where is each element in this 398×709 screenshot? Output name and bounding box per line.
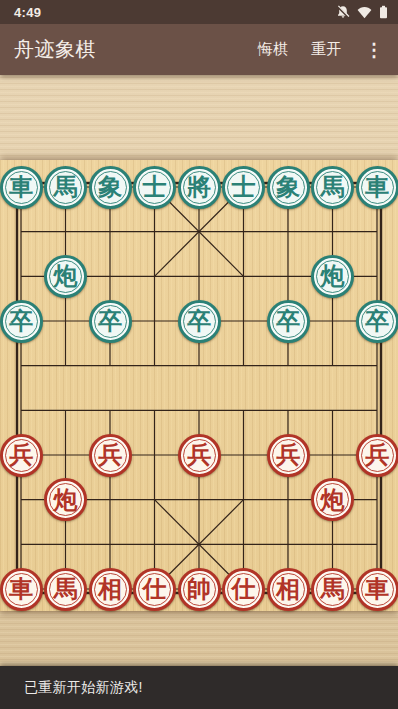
piece-red-rook[interactable]: 車	[0, 568, 43, 611]
board-grid-lines	[0, 160, 398, 611]
piece-black-rook[interactable]: 車	[0, 166, 43, 209]
overflow-menu-icon[interactable]: ⋮	[364, 41, 384, 59]
piece-black-elephant[interactable]: 象	[267, 166, 310, 209]
restart-game-button[interactable]: 重开	[311, 40, 341, 59]
piece-black-cannon[interactable]: 炮	[311, 255, 354, 298]
piece-red-advisor[interactable]: 仕	[222, 568, 265, 611]
clock: 4:49	[10, 5, 41, 20]
piece-black-soldier[interactable]: 卒	[178, 300, 221, 343]
piece-red-soldier[interactable]: 兵	[356, 434, 398, 477]
piece-black-soldier[interactable]: 卒	[89, 300, 132, 343]
piece-black-advisor[interactable]: 士	[222, 166, 265, 209]
piece-black-cannon[interactable]: 炮	[44, 255, 87, 298]
piece-red-elephant[interactable]: 相	[267, 568, 310, 611]
piece-red-soldier[interactable]: 兵	[89, 434, 132, 477]
piece-red-advisor[interactable]: 仕	[133, 568, 176, 611]
status-bar: 4:49	[0, 0, 398, 24]
battery-icon	[379, 5, 388, 19]
piece-black-advisor[interactable]: 士	[133, 166, 176, 209]
page-title: 舟迹象棋	[14, 36, 258, 63]
piece-red-horse[interactable]: 馬	[311, 568, 354, 611]
piece-red-cannon[interactable]: 炮	[44, 478, 87, 521]
snackbar-message: 已重新开始新游戏!	[0, 679, 143, 697]
snackbar: 已重新开始新游戏!	[0, 666, 398, 709]
app-bar: 舟迹象棋 悔棋 重开 ⋮	[0, 24, 398, 75]
notifications-off-icon	[336, 5, 350, 19]
piece-red-soldier[interactable]: 兵	[0, 434, 43, 477]
piece-black-elephant[interactable]: 象	[89, 166, 132, 209]
wifi-icon	[357, 6, 372, 19]
piece-black-general[interactable]: 將	[178, 166, 221, 209]
piece-red-general[interactable]: 帥	[178, 568, 221, 611]
piece-black-soldier[interactable]: 卒	[356, 300, 398, 343]
xiangqi-board[interactable]: 車馬象士將士象馬車炮炮卒卒卒卒卒兵兵兵兵兵炮炮車馬相仕帥仕相馬車	[0, 160, 398, 611]
undo-move-button[interactable]: 悔棋	[258, 40, 288, 59]
piece-black-soldier[interactable]: 卒	[0, 300, 43, 343]
piece-black-rook[interactable]: 車	[356, 166, 398, 209]
piece-black-soldier[interactable]: 卒	[267, 300, 310, 343]
piece-red-rook[interactable]: 車	[356, 568, 398, 611]
piece-red-soldier[interactable]: 兵	[267, 434, 310, 477]
piece-red-cannon[interactable]: 炮	[311, 478, 354, 521]
status-icons	[336, 5, 388, 19]
piece-red-horse[interactable]: 馬	[44, 568, 87, 611]
piece-black-horse[interactable]: 馬	[44, 166, 87, 209]
piece-black-horse[interactable]: 馬	[311, 166, 354, 209]
piece-red-soldier[interactable]: 兵	[178, 434, 221, 477]
piece-red-elephant[interactable]: 相	[89, 568, 132, 611]
